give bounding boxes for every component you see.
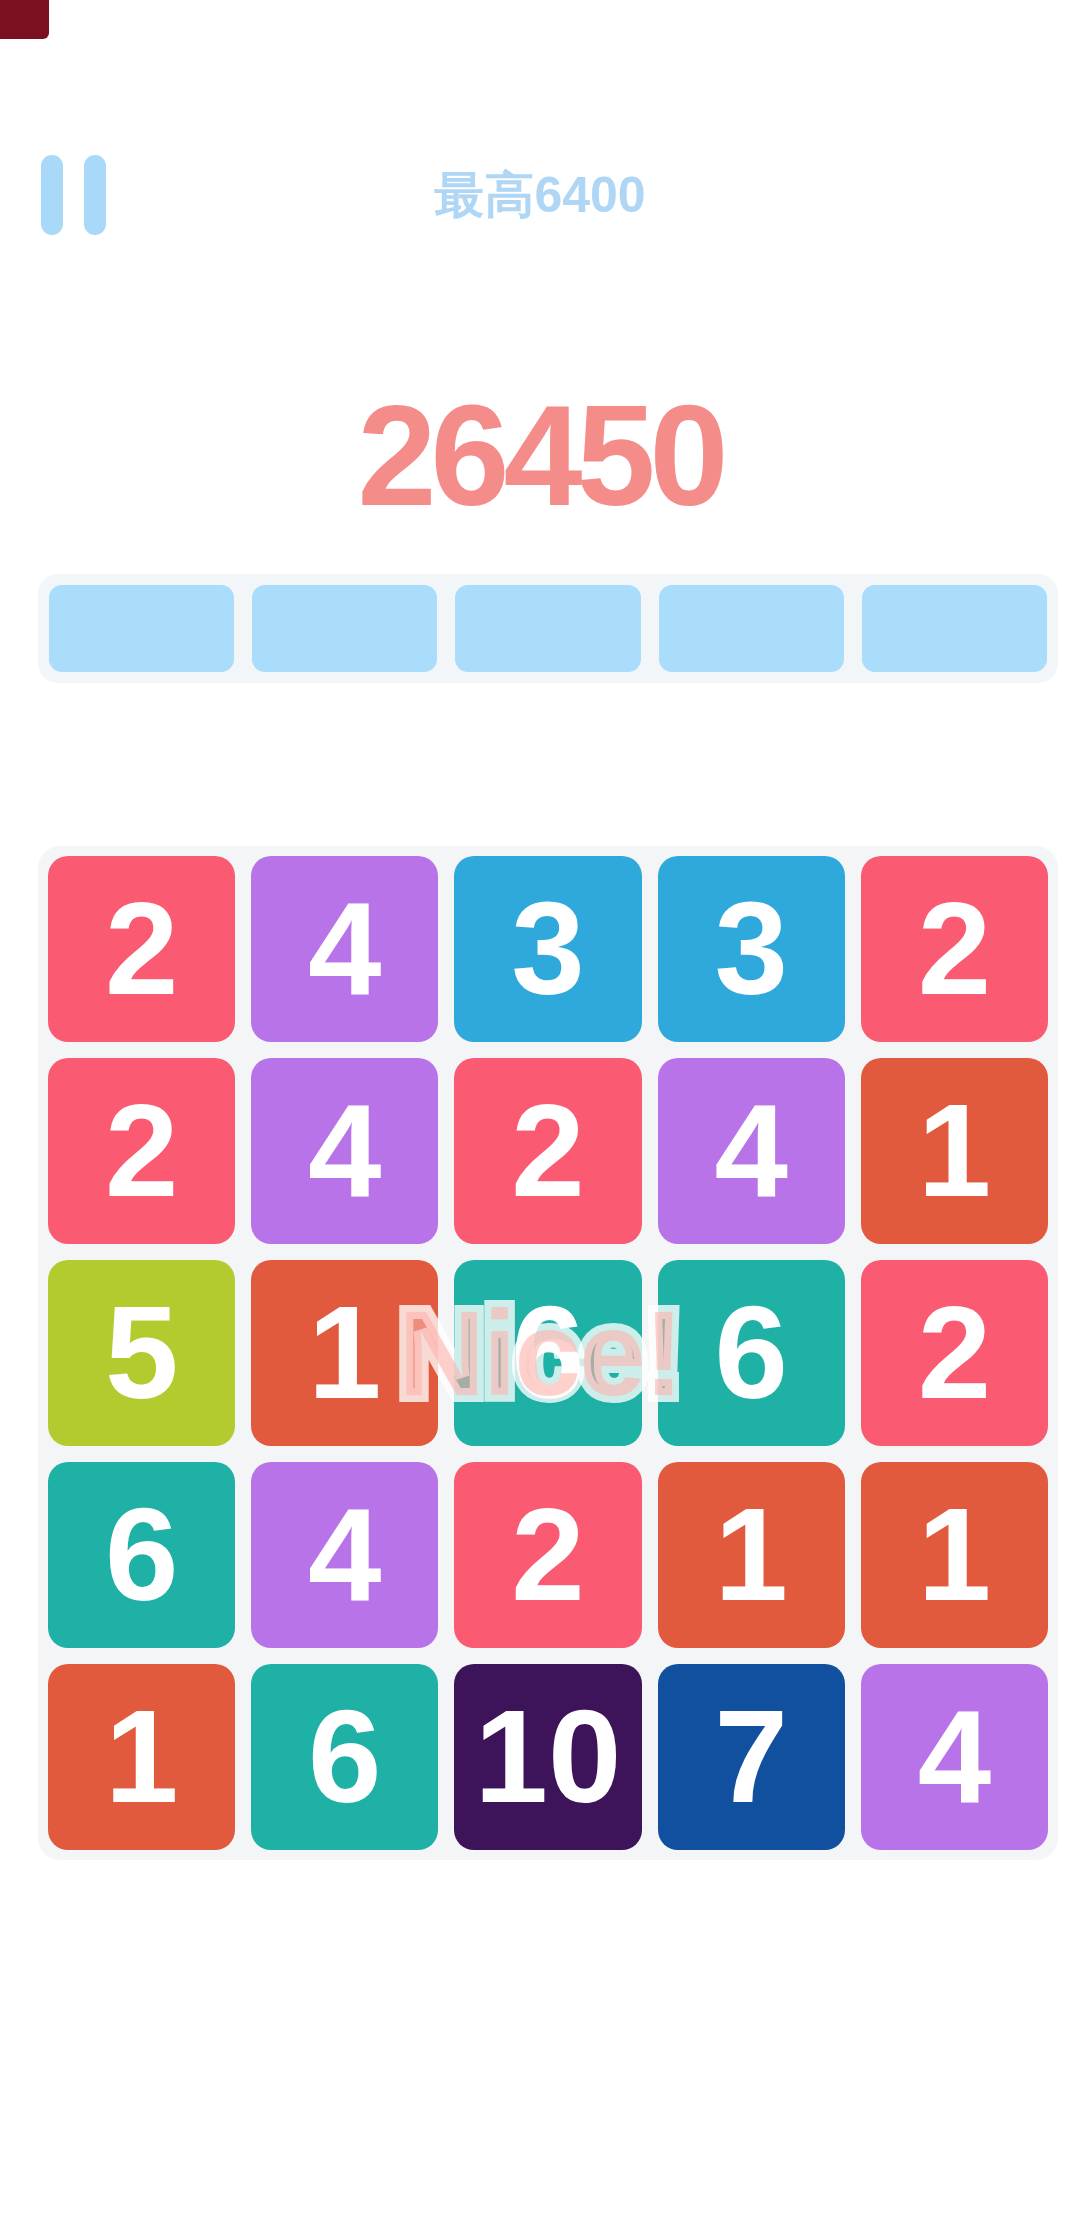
progress-slot-2 <box>252 585 437 672</box>
tile-r5c3[interactable]: 10 <box>454 1664 641 1850</box>
tile-r5c1[interactable]: 1 <box>48 1664 235 1850</box>
status-bar-notch <box>0 0 49 39</box>
tile-r3c1[interactable]: 5 <box>48 1260 235 1446</box>
game-board: 24332242415166264211161074 <box>38 846 1058 1860</box>
tile-r2c4[interactable]: 4 <box>658 1058 845 1244</box>
tile-r3c3[interactable]: 6 <box>454 1260 641 1446</box>
progress-slot-3 <box>455 585 640 672</box>
tile-r2c2[interactable]: 4 <box>251 1058 438 1244</box>
tile-r3c4[interactable]: 6 <box>658 1260 845 1446</box>
progress-slot-4 <box>659 585 844 672</box>
tile-r5c2[interactable]: 6 <box>251 1664 438 1850</box>
best-score-label: 最高6400 <box>0 160 1080 230</box>
tile-r1c3[interactable]: 3 <box>454 856 641 1042</box>
tile-r1c1[interactable]: 2 <box>48 856 235 1042</box>
app-screen: 最高6400 26450 24332242415166264211161074 … <box>0 0 1080 2220</box>
tile-r4c3[interactable]: 2 <box>454 1462 641 1648</box>
tile-r4c1[interactable]: 6 <box>48 1462 235 1648</box>
tile-r1c4[interactable]: 3 <box>658 856 845 1042</box>
tile-r2c1[interactable]: 2 <box>48 1058 235 1244</box>
tile-r1c2[interactable]: 4 <box>251 856 438 1042</box>
tile-r5c5[interactable]: 4 <box>861 1664 1048 1850</box>
progress-slot-1 <box>49 585 234 672</box>
tile-r4c4[interactable]: 1 <box>658 1462 845 1648</box>
tile-r3c2[interactable]: 1 <box>251 1260 438 1446</box>
score-value: 26450 <box>0 390 1080 522</box>
tile-r2c3[interactable]: 2 <box>454 1058 641 1244</box>
tile-r4c2[interactable]: 4 <box>251 1462 438 1648</box>
tile-r1c5[interactable]: 2 <box>861 856 1048 1042</box>
progress-slot-5 <box>862 585 1047 672</box>
tile-r2c5[interactable]: 1 <box>861 1058 1048 1244</box>
tile-r4c5[interactable]: 1 <box>861 1462 1048 1648</box>
progress-bar <box>38 574 1058 683</box>
tile-r3c5[interactable]: 2 <box>861 1260 1048 1446</box>
tile-r5c4[interactable]: 7 <box>658 1664 845 1850</box>
